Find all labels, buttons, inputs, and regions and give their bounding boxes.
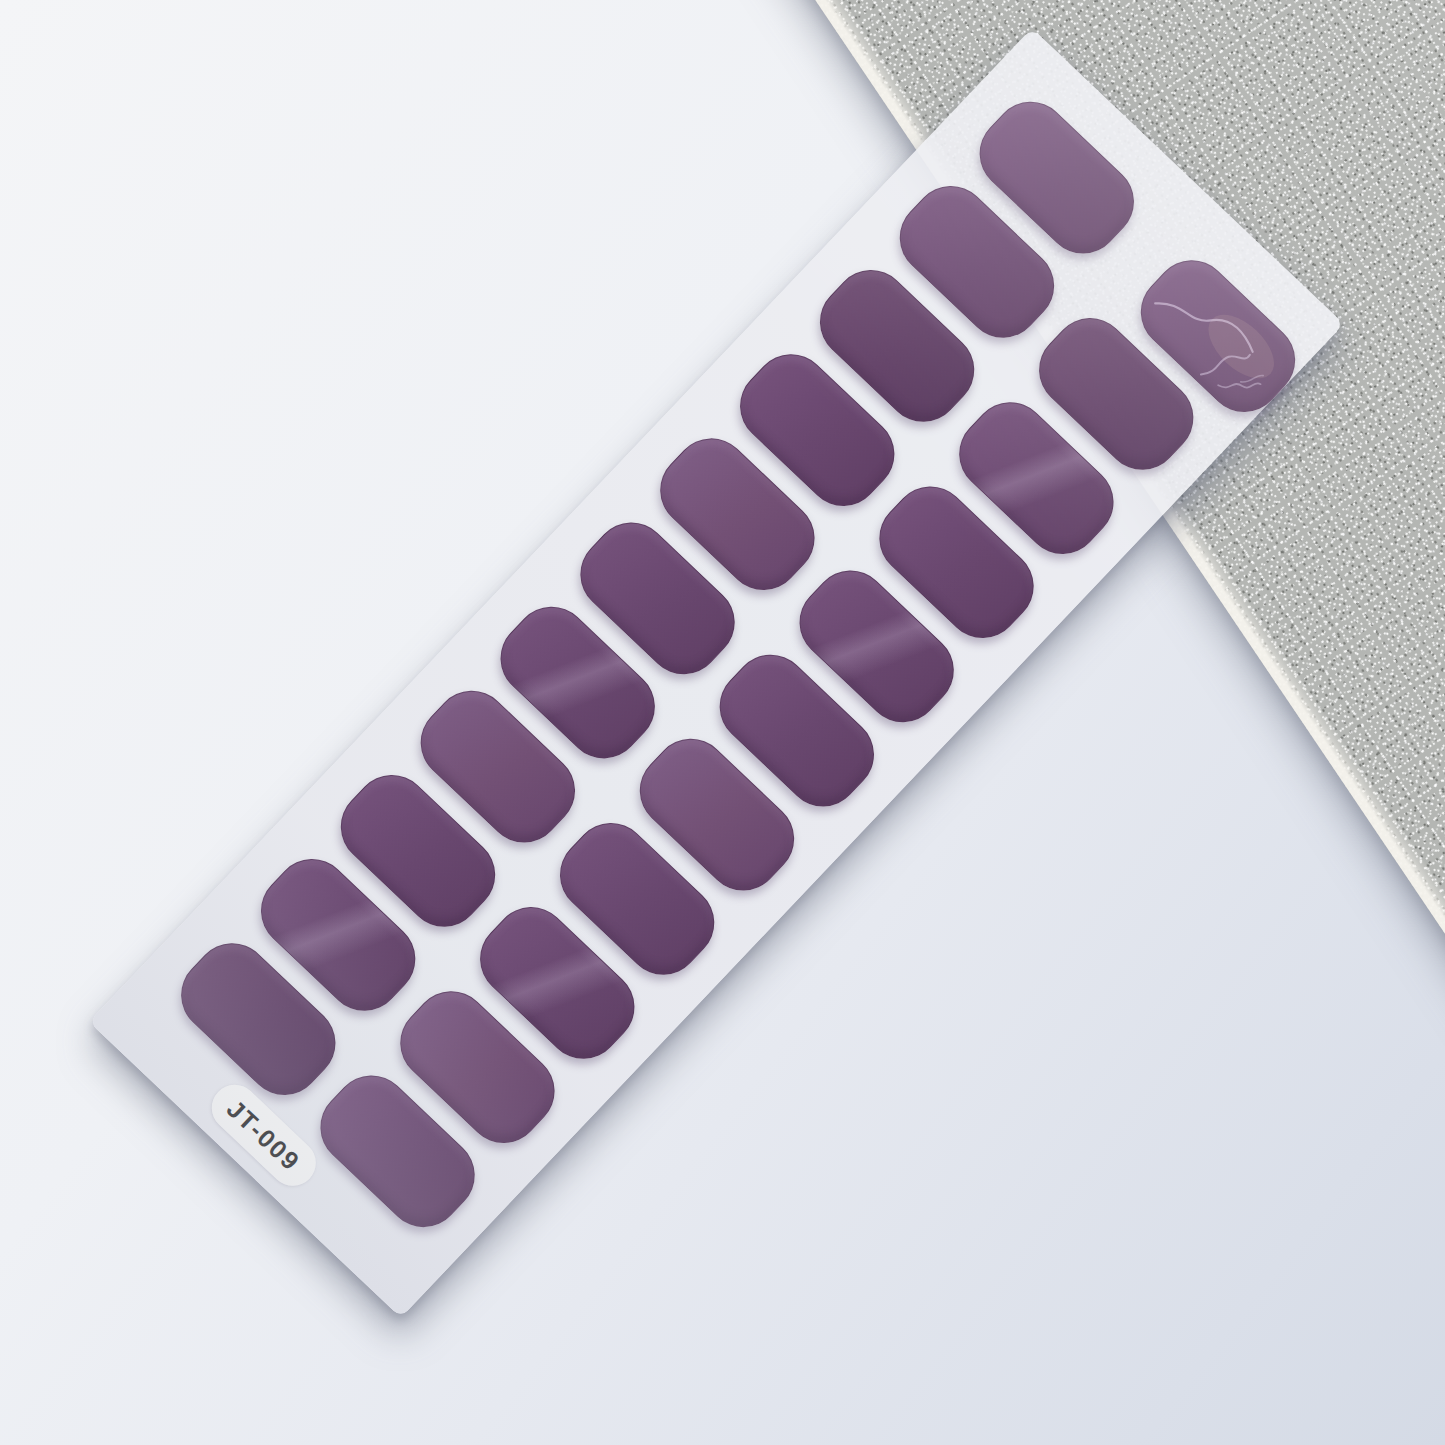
- photo-background: JT-009: [0, 0, 1445, 1445]
- sheet-code-text: JT-009: [221, 1094, 306, 1177]
- nail-wrap-sheet: JT-009: [89, 28, 1344, 1318]
- sheet-code-label: JT-009: [202, 1075, 325, 1195]
